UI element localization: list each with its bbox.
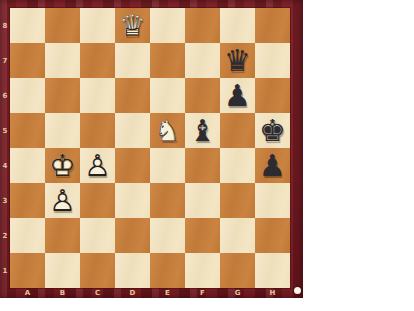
square-f5[interactable]: ♝ <box>185 113 220 148</box>
square-d2[interactable] <box>115 218 150 253</box>
square-c1[interactable] <box>80 253 115 288</box>
square-c4[interactable]: ♟♙ <box>80 148 115 183</box>
square-b5[interactable] <box>45 113 80 148</box>
white-pawn-outline: ♙ <box>45 183 80 218</box>
square-d7[interactable] <box>115 43 150 78</box>
square-a4[interactable] <box>10 148 45 183</box>
square-a1[interactable] <box>10 253 45 288</box>
white-pawn-c4[interactable]: ♟♙ <box>80 148 115 183</box>
square-h6[interactable] <box>255 78 290 113</box>
file-label-f: F <box>185 288 220 298</box>
black-pawn-g6[interactable]: ♟ <box>220 78 255 113</box>
file-label-g: G <box>220 288 255 298</box>
chess-diagram: ♛♕♛♟♞♘♝♚♚♔♟♙♟♟♙ 87654321 ABCDEFGH <box>0 0 414 311</box>
black-queen-glyph: ♛ <box>220 43 255 78</box>
square-a3[interactable] <box>10 183 45 218</box>
square-e5[interactable]: ♞♘ <box>150 113 185 148</box>
square-g3[interactable] <box>220 183 255 218</box>
square-g6[interactable]: ♟ <box>220 78 255 113</box>
black-bishop-glyph: ♝ <box>185 113 220 148</box>
square-d1[interactable] <box>115 253 150 288</box>
square-g1[interactable] <box>220 253 255 288</box>
square-f3[interactable] <box>185 183 220 218</box>
square-h4[interactable]: ♟ <box>255 148 290 183</box>
rank-label-7: 7 <box>0 43 10 78</box>
square-e1[interactable] <box>150 253 185 288</box>
file-label-c: C <box>80 288 115 298</box>
square-a2[interactable] <box>10 218 45 253</box>
square-f8[interactable] <box>185 8 220 43</box>
square-e6[interactable] <box>150 78 185 113</box>
square-d4[interactable] <box>115 148 150 183</box>
square-c7[interactable] <box>80 43 115 78</box>
rank-label-2: 2 <box>0 218 10 253</box>
chess-board: ♛♕♛♟♞♘♝♚♚♔♟♙♟♟♙ <box>10 8 290 288</box>
file-label-e: E <box>150 288 185 298</box>
square-d5[interactable] <box>115 113 150 148</box>
square-h8[interactable] <box>255 8 290 43</box>
square-b4[interactable]: ♚♔ <box>45 148 80 183</box>
square-g8[interactable] <box>220 8 255 43</box>
white-king-outline: ♔ <box>45 148 80 183</box>
white-knight-outline: ♘ <box>150 113 185 148</box>
square-h7[interactable] <box>255 43 290 78</box>
rank-label-1: 1 <box>0 253 10 288</box>
square-g7[interactable]: ♛ <box>220 43 255 78</box>
square-e8[interactable] <box>150 8 185 43</box>
square-f1[interactable] <box>185 253 220 288</box>
square-b8[interactable] <box>45 8 80 43</box>
square-b2[interactable] <box>45 218 80 253</box>
square-h3[interactable] <box>255 183 290 218</box>
square-d3[interactable] <box>115 183 150 218</box>
black-bishop-f5[interactable]: ♝ <box>185 113 220 148</box>
square-h5[interactable]: ♚ <box>255 113 290 148</box>
file-label-h: H <box>255 288 290 298</box>
rank-label-5: 5 <box>0 113 10 148</box>
file-label-b: B <box>45 288 80 298</box>
square-f7[interactable] <box>185 43 220 78</box>
file-label-a: A <box>10 288 45 298</box>
square-e3[interactable] <box>150 183 185 218</box>
white-pawn-b3[interactable]: ♟♙ <box>45 183 80 218</box>
rank-label-3: 3 <box>0 183 10 218</box>
file-label-d: D <box>115 288 150 298</box>
rank-label-8: 8 <box>0 8 10 43</box>
rank-label-4: 4 <box>0 148 10 183</box>
square-c2[interactable] <box>80 218 115 253</box>
square-c8[interactable] <box>80 8 115 43</box>
white-queen-outline: ♕ <box>115 8 150 43</box>
square-g5[interactable] <box>220 113 255 148</box>
black-queen-g7[interactable]: ♛ <box>220 43 255 78</box>
board-frame: ♛♕♛♟♞♘♝♚♚♔♟♙♟♟♙ 87654321 ABCDEFGH <box>0 0 303 298</box>
square-f2[interactable] <box>185 218 220 253</box>
square-e2[interactable] <box>150 218 185 253</box>
white-pawn-outline: ♙ <box>80 148 115 183</box>
square-a8[interactable] <box>10 8 45 43</box>
black-king-h5[interactable]: ♚ <box>255 113 290 148</box>
square-e4[interactable] <box>150 148 185 183</box>
black-pawn-h4[interactable]: ♟ <box>255 148 290 183</box>
square-c5[interactable] <box>80 113 115 148</box>
square-a5[interactable] <box>10 113 45 148</box>
square-e7[interactable] <box>150 43 185 78</box>
square-a6[interactable] <box>10 78 45 113</box>
white-queen-d8[interactable]: ♛♕ <box>115 8 150 43</box>
square-b7[interactable] <box>45 43 80 78</box>
square-d8[interactable]: ♛♕ <box>115 8 150 43</box>
square-b1[interactable] <box>45 253 80 288</box>
square-h1[interactable] <box>255 253 290 288</box>
white-king-b4[interactable]: ♚♔ <box>45 148 80 183</box>
square-g2[interactable] <box>220 218 255 253</box>
square-b6[interactable] <box>45 78 80 113</box>
square-f4[interactable] <box>185 148 220 183</box>
square-d6[interactable] <box>115 78 150 113</box>
square-b3[interactable]: ♟♙ <box>45 183 80 218</box>
square-c6[interactable] <box>80 78 115 113</box>
square-g4[interactable] <box>220 148 255 183</box>
black-pawn-glyph: ♟ <box>255 148 290 183</box>
square-h2[interactable] <box>255 218 290 253</box>
black-pawn-glyph: ♟ <box>220 78 255 113</box>
rank-label-6: 6 <box>0 78 10 113</box>
square-f6[interactable] <box>185 78 220 113</box>
side-to-move-indicator <box>294 287 301 294</box>
black-king-glyph: ♚ <box>255 113 290 148</box>
white-knight-e5[interactable]: ♞♘ <box>150 113 185 148</box>
square-c3[interactable] <box>80 183 115 218</box>
square-a7[interactable] <box>10 43 45 78</box>
